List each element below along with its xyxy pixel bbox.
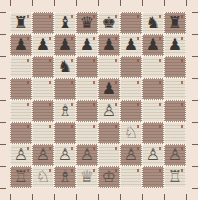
stamp-denomination-mark bbox=[115, 81, 117, 84]
stamp-denomination-mark bbox=[159, 81, 161, 84]
stamp-denomination-mark bbox=[93, 37, 95, 40]
square-e3[interactable] bbox=[98, 122, 120, 144]
square-g4[interactable] bbox=[142, 100, 164, 122]
square-f6[interactable] bbox=[120, 56, 142, 78]
square-a2[interactable]: ♙ bbox=[10, 144, 32, 166]
stamp-sheet: ♜♝♛♚♞♜♟♟♟♟♟♟♟♟♞♟♗♙♘♙♙♙♙♙♙♙♖♘♗♕♔♖ bbox=[0, 0, 198, 200]
stamp-denomination-mark bbox=[71, 37, 73, 40]
square-e4[interactable]: ♙ bbox=[98, 100, 120, 122]
square-d5[interactable] bbox=[76, 78, 98, 100]
stamp-denomination-mark bbox=[49, 103, 51, 106]
stamp-denomination-mark bbox=[49, 125, 51, 128]
square-f4[interactable] bbox=[120, 100, 142, 122]
square-c8[interactable]: ♝ bbox=[54, 12, 76, 34]
stamp-denomination-mark bbox=[159, 59, 161, 62]
stamp-denomination-mark bbox=[181, 37, 183, 40]
stamp-denomination-mark bbox=[159, 37, 161, 40]
square-g1[interactable] bbox=[142, 166, 164, 188]
square-e6[interactable] bbox=[98, 56, 120, 78]
square-c5[interactable] bbox=[54, 78, 76, 100]
stamp-denomination-mark bbox=[27, 169, 29, 172]
square-h7[interactable]: ♟ bbox=[164, 34, 186, 56]
stamp-denomination-mark bbox=[137, 59, 139, 62]
stamp-denomination-mark bbox=[27, 15, 29, 18]
square-g5[interactable] bbox=[142, 78, 164, 100]
square-c2[interactable]: ♙ bbox=[54, 144, 76, 166]
stamp-denomination-mark bbox=[137, 169, 139, 172]
square-b4[interactable] bbox=[32, 100, 54, 122]
stamp-denomination-mark bbox=[115, 147, 117, 150]
stamp-denomination-mark bbox=[159, 147, 161, 150]
chessboard: ♜♝♛♚♞♜♟♟♟♟♟♟♟♟♞♟♗♙♘♙♙♙♙♙♙♙♖♘♗♕♔♖ bbox=[10, 12, 186, 188]
stamp-denomination-mark bbox=[115, 15, 117, 18]
square-g3[interactable] bbox=[142, 122, 164, 144]
stamp-denomination-mark bbox=[93, 59, 95, 62]
stamp-denomination-mark bbox=[93, 103, 95, 106]
square-h1[interactable]: ♖ bbox=[164, 166, 186, 188]
square-b8[interactable] bbox=[32, 12, 54, 34]
stamp-denomination-mark bbox=[181, 147, 183, 150]
square-e5[interactable]: ♟ bbox=[98, 78, 120, 100]
square-f5[interactable] bbox=[120, 78, 142, 100]
perforation-ticks-bottom bbox=[0, 194, 198, 200]
stamp-denomination-mark bbox=[49, 147, 51, 150]
square-d3[interactable] bbox=[76, 122, 98, 144]
stamp-denomination-mark bbox=[181, 59, 183, 62]
stamp-denomination-mark bbox=[137, 125, 139, 128]
square-d1[interactable]: ♕ bbox=[76, 166, 98, 188]
stamp-denomination-mark bbox=[181, 15, 183, 18]
square-c7[interactable]: ♟ bbox=[54, 34, 76, 56]
stamp-denomination-mark bbox=[71, 147, 73, 150]
stamp-denomination-mark bbox=[137, 81, 139, 84]
square-g6[interactable] bbox=[142, 56, 164, 78]
square-a1[interactable]: ♖ bbox=[10, 166, 32, 188]
square-d7[interactable]: ♟ bbox=[76, 34, 98, 56]
stamp-denomination-mark bbox=[27, 81, 29, 84]
stamp-denomination-mark bbox=[27, 125, 29, 128]
stamp-denomination-mark bbox=[93, 125, 95, 128]
stamp-denomination-mark bbox=[71, 125, 73, 128]
perforation-ticks-left bbox=[0, 0, 6, 200]
stamp-denomination-mark bbox=[137, 103, 139, 106]
square-h2[interactable]: ♙ bbox=[164, 144, 186, 166]
square-f8[interactable] bbox=[120, 12, 142, 34]
square-c1[interactable]: ♗ bbox=[54, 166, 76, 188]
stamp-denomination-mark bbox=[181, 103, 183, 106]
square-f3[interactable]: ♘ bbox=[120, 122, 142, 144]
square-h6[interactable] bbox=[164, 56, 186, 78]
stamp-denomination-mark bbox=[71, 59, 73, 62]
square-b3[interactable] bbox=[32, 122, 54, 144]
square-f7[interactable]: ♟ bbox=[120, 34, 142, 56]
square-c6[interactable]: ♞ bbox=[54, 56, 76, 78]
square-c4[interactable]: ♗ bbox=[54, 100, 76, 122]
stamp-denomination-mark bbox=[159, 103, 161, 106]
square-d8[interactable]: ♛ bbox=[76, 12, 98, 34]
stamp-denomination-mark bbox=[49, 169, 51, 172]
stamp-denomination-mark bbox=[115, 59, 117, 62]
square-g8[interactable]: ♞ bbox=[142, 12, 164, 34]
stamp-denomination-mark bbox=[49, 59, 51, 62]
square-d4[interactable] bbox=[76, 100, 98, 122]
square-a8[interactable]: ♜ bbox=[10, 12, 32, 34]
stamp-denomination-mark bbox=[27, 103, 29, 106]
square-h3[interactable] bbox=[164, 122, 186, 144]
stamp-denomination-mark bbox=[137, 147, 139, 150]
stamp-denomination-mark bbox=[49, 15, 51, 18]
square-f1[interactable] bbox=[120, 166, 142, 188]
stamp-denomination-mark bbox=[93, 15, 95, 18]
square-b5[interactable] bbox=[32, 78, 54, 100]
square-h5[interactable] bbox=[164, 78, 186, 100]
stamp-denomination-mark bbox=[93, 147, 95, 150]
stamp-denomination-mark bbox=[159, 15, 161, 18]
stamp-denomination-mark bbox=[115, 103, 117, 106]
stamp-denomination-mark bbox=[137, 37, 139, 40]
square-e8[interactable]: ♚ bbox=[98, 12, 120, 34]
square-g7[interactable]: ♟ bbox=[142, 34, 164, 56]
square-e2[interactable] bbox=[98, 144, 120, 166]
square-d2[interactable]: ♙ bbox=[76, 144, 98, 166]
stamp-denomination-mark bbox=[159, 169, 161, 172]
stamp-denomination-mark bbox=[27, 59, 29, 62]
stamp-denomination-mark bbox=[27, 147, 29, 150]
stamp-denomination-mark bbox=[181, 169, 183, 172]
square-h8[interactable]: ♜ bbox=[164, 12, 186, 34]
square-a3[interactable] bbox=[10, 122, 32, 144]
stamp-denomination-mark bbox=[93, 81, 95, 84]
stamp-denomination-mark bbox=[137, 15, 139, 18]
stamp-denomination-mark bbox=[181, 125, 183, 128]
square-e1[interactable]: ♔ bbox=[98, 166, 120, 188]
square-a4[interactable] bbox=[10, 100, 32, 122]
square-a7[interactable]: ♟ bbox=[10, 34, 32, 56]
stamp-denomination-mark bbox=[115, 125, 117, 128]
square-c3[interactable] bbox=[54, 122, 76, 144]
stamp-denomination-mark bbox=[159, 125, 161, 128]
stamp-denomination-mark bbox=[27, 37, 29, 40]
stamp-denomination-mark bbox=[49, 81, 51, 84]
square-e7[interactable]: ♟ bbox=[98, 34, 120, 56]
square-b7[interactable]: ♟ bbox=[32, 34, 54, 56]
perforation-ticks-top bbox=[0, 0, 198, 6]
square-f2[interactable]: ♙ bbox=[120, 144, 142, 166]
stamp-denomination-mark bbox=[71, 103, 73, 106]
square-h4[interactable] bbox=[164, 100, 186, 122]
stamp-denomination-mark bbox=[71, 15, 73, 18]
square-b2[interactable]: ♙ bbox=[32, 144, 54, 166]
stamp-denomination-mark bbox=[49, 37, 51, 40]
stamp-denomination-mark bbox=[93, 169, 95, 172]
stamp-denomination-mark bbox=[71, 169, 73, 172]
stamp-denomination-mark bbox=[115, 169, 117, 172]
square-a6[interactable] bbox=[10, 56, 32, 78]
square-b6[interactable] bbox=[32, 56, 54, 78]
square-d6[interactable] bbox=[76, 56, 98, 78]
square-a5[interactable] bbox=[10, 78, 32, 100]
stamp-denomination-mark bbox=[181, 81, 183, 84]
stamp-denomination-mark bbox=[115, 37, 117, 40]
perforation-ticks-right bbox=[192, 0, 198, 200]
stamp-denomination-mark bbox=[71, 81, 73, 84]
square-g2[interactable]: ♙ bbox=[142, 144, 164, 166]
square-b1[interactable]: ♘ bbox=[32, 166, 54, 188]
